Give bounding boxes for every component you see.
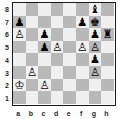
rank-label-6: 6 <box>5 31 9 38</box>
square-e8[interactable] <box>63 3 76 16</box>
rank-labels: 87654321 <box>0 2 12 106</box>
piece-white-pawn: ♙ <box>90 66 100 79</box>
square-e5[interactable] <box>63 41 76 54</box>
file-label-h: h <box>104 110 108 117</box>
piece-black-king: ♚ <box>90 16 100 29</box>
square-h8[interactable] <box>101 3 114 16</box>
square-a7[interactable]: ♟ <box>13 16 26 29</box>
piece-black-rook: ♜ <box>102 28 112 41</box>
square-c2[interactable]: ♙ <box>38 79 51 92</box>
rank-label-7: 7 <box>5 19 9 26</box>
square-d3[interactable] <box>51 66 64 79</box>
square-d4[interactable] <box>51 53 64 66</box>
rank-label-2: 2 <box>5 82 9 89</box>
square-h1[interactable] <box>101 91 114 104</box>
square-e6[interactable] <box>63 28 76 41</box>
square-f7[interactable]: ♟ <box>76 16 89 29</box>
piece-white-pawn: ♙ <box>27 66 37 79</box>
square-g8[interactable]: ♝ <box>89 3 102 16</box>
square-b5[interactable] <box>26 41 39 54</box>
rank-label-1: 1 <box>5 95 9 102</box>
square-b1[interactable] <box>26 91 39 104</box>
chess-diagram-page: 87654321 ♝♟♟♚♙♟♟♜♟♙♙♙♟♙♙♔♙ abcdefgh <box>0 0 118 119</box>
corner-spacer <box>0 106 12 119</box>
square-d8[interactable] <box>51 3 64 16</box>
square-h4[interactable] <box>101 53 114 66</box>
file-label-b: b <box>29 110 33 117</box>
square-a1[interactable] <box>13 91 26 104</box>
square-c6[interactable]: ♟ <box>38 28 51 41</box>
rank-label-4: 4 <box>5 57 9 64</box>
piece-white-pawn: ♙ <box>77 41 87 54</box>
square-g1[interactable] <box>89 91 102 104</box>
square-d5[interactable]: ♙ <box>51 41 64 54</box>
square-a8[interactable] <box>13 3 26 16</box>
square-f4[interactable] <box>76 53 89 66</box>
square-g3[interactable]: ♙ <box>89 66 102 79</box>
square-b4[interactable] <box>26 53 39 66</box>
square-c7[interactable] <box>38 16 51 29</box>
square-f8[interactable] <box>76 3 89 16</box>
square-b2[interactable] <box>26 79 39 92</box>
square-b6[interactable] <box>26 28 39 41</box>
piece-white-pawn: ♙ <box>52 41 62 54</box>
square-h5[interactable] <box>101 41 114 54</box>
file-labels: abcdefgh <box>12 106 116 119</box>
rank-label-3: 3 <box>5 70 9 77</box>
square-h6[interactable]: ♜ <box>101 28 114 41</box>
square-f5[interactable]: ♙ <box>76 41 89 54</box>
rank-label-5: 5 <box>5 44 9 51</box>
piece-white-pawn: ♙ <box>39 79 49 92</box>
square-g5[interactable]: ♙ <box>89 41 102 54</box>
square-e4[interactable] <box>63 53 76 66</box>
piece-black-pawn: ♟ <box>39 28 49 41</box>
square-c3[interactable] <box>38 66 51 79</box>
chess-board: ♝♟♟♚♙♟♟♜♟♙♙♙♟♙♙♔♙ <box>12 2 116 106</box>
square-a4[interactable] <box>13 53 26 66</box>
piece-black-pawn: ♟ <box>90 28 100 41</box>
piece-white-pawn: ♙ <box>14 28 24 41</box>
square-a6[interactable]: ♙ <box>13 28 26 41</box>
square-c8[interactable] <box>38 3 51 16</box>
chess-board-diagram: 87654321 ♝♟♟♚♙♟♟♜♟♙♙♙♟♙♙♔♙ abcdefgh <box>0 0 118 119</box>
file-label-c: c <box>42 110 46 117</box>
rank-label-8: 8 <box>5 6 9 13</box>
file-label-g: g <box>92 110 96 117</box>
square-g6[interactable]: ♟ <box>89 28 102 41</box>
piece-black-pawn: ♟ <box>90 53 100 66</box>
square-e2[interactable] <box>63 79 76 92</box>
square-g2[interactable] <box>89 79 102 92</box>
square-d6[interactable] <box>51 28 64 41</box>
square-h3[interactable] <box>101 66 114 79</box>
piece-black-pawn: ♟ <box>77 16 87 29</box>
piece-black-pawn: ♟ <box>39 41 49 54</box>
square-f2[interactable] <box>76 79 89 92</box>
piece-black-pawn: ♟ <box>14 16 24 29</box>
square-c5[interactable]: ♟ <box>38 41 51 54</box>
square-d2[interactable] <box>51 79 64 92</box>
square-a5[interactable] <box>13 41 26 54</box>
square-d7[interactable] <box>51 16 64 29</box>
square-f6[interactable] <box>76 28 89 41</box>
square-g4[interactable]: ♟ <box>89 53 102 66</box>
square-f3[interactable] <box>76 66 89 79</box>
file-label-f: f <box>80 110 82 117</box>
piece-white-pawn: ♙ <box>90 41 100 54</box>
square-f1[interactable] <box>76 91 89 104</box>
file-label-e: e <box>67 110 71 117</box>
file-label-a: a <box>16 110 20 117</box>
square-b3[interactable]: ♙ <box>26 66 39 79</box>
square-c1[interactable] <box>38 91 51 104</box>
square-e1[interactable] <box>63 91 76 104</box>
square-e7[interactable] <box>63 16 76 29</box>
square-a3[interactable] <box>13 66 26 79</box>
square-b7[interactable] <box>26 16 39 29</box>
piece-white-king: ♔ <box>14 79 24 92</box>
square-a2[interactable]: ♔ <box>13 79 26 92</box>
square-h2[interactable] <box>101 79 114 92</box>
square-g7[interactable]: ♚ <box>89 16 102 29</box>
square-h7[interactable] <box>101 16 114 29</box>
file-label-d: d <box>54 110 58 117</box>
square-e3[interactable] <box>63 66 76 79</box>
square-d1[interactable] <box>51 91 64 104</box>
square-b8[interactable] <box>26 3 39 16</box>
square-c4[interactable] <box>38 53 51 66</box>
piece-black-bishop: ♝ <box>90 3 100 16</box>
